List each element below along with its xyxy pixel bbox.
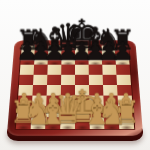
square-c2[interactable]: ♟ [46,106,61,117]
square-f6[interactable] [89,65,103,75]
square-f1[interactable]: ♝ [90,118,105,129]
square-a1[interactable]: ♜ [16,118,31,129]
square-e6[interactable] [75,65,89,75]
square-c3[interactable] [46,96,61,107]
square-b8[interactable]: ♞ [35,45,49,54]
square-e1[interactable]: ♚ [75,118,90,129]
square-f5[interactable] [89,75,103,85]
square-e2[interactable]: ♟ [75,106,90,117]
square-f3[interactable] [89,96,104,107]
square-a3[interactable] [17,96,32,107]
square-d5[interactable] [61,75,75,85]
square-g5[interactable] [103,75,117,85]
square-b2[interactable]: ♟ [31,106,46,117]
square-b5[interactable] [33,75,47,85]
square-f7[interactable]: ♟ [88,55,102,65]
square-h2[interactable]: ♟ [118,106,133,117]
square-f8[interactable]: ♝ [88,45,102,54]
square-b6[interactable] [34,65,48,75]
square-a4[interactable] [18,85,33,96]
square-c6[interactable] [47,65,61,75]
board-scene: ♜♞♝♛♚♝♞♜♟♟♟♟♟♟♟♟♟♟♟♟♟♟♟♟♜♞♝♛♚♝♞♜ [11,21,139,149]
square-c1[interactable]: ♝ [45,118,60,129]
square-c8[interactable]: ♝ [48,45,62,54]
square-g7[interactable]: ♟ [102,55,116,65]
square-h5[interactable] [116,75,131,85]
square-g4[interactable] [103,85,118,96]
square-c4[interactable] [47,85,61,96]
square-a2[interactable]: ♟ [17,106,32,117]
square-g1[interactable]: ♞ [104,118,119,129]
chess-set-photo: ♜♞♝♛♚♝♞♜♟♟♟♟♟♟♟♟♟♟♟♟♟♟♟♟♜♞♝♛♚♝♞♜ [0,0,150,150]
square-g6[interactable] [102,65,116,75]
square-f4[interactable] [89,85,103,96]
square-d8[interactable]: ♛ [62,45,75,54]
square-d7[interactable]: ♟ [61,55,75,65]
square-g2[interactable]: ♟ [104,106,119,117]
square-h4[interactable] [117,85,132,96]
square-b4[interactable] [32,85,47,96]
square-h3[interactable] [118,96,133,107]
square-f2[interactable]: ♟ [89,106,104,117]
square-h6[interactable] [116,65,130,75]
square-e4[interactable] [75,85,89,96]
square-d1[interactable]: ♛ [60,118,75,129]
square-a6[interactable] [20,65,34,75]
square-a5[interactable] [19,75,34,85]
square-b1[interactable]: ♞ [31,118,46,129]
square-g8[interactable]: ♞ [102,45,116,54]
square-b3[interactable] [32,96,47,107]
square-e3[interactable] [75,96,89,107]
square-c5[interactable] [47,75,61,85]
square-e8[interactable]: ♚ [75,45,88,54]
square-d4[interactable] [61,85,75,96]
square-a8[interactable]: ♜ [21,45,35,54]
square-c7[interactable]: ♟ [48,55,62,65]
square-a7[interactable]: ♟ [20,55,34,65]
board-grid: ♜♞♝♛♚♝♞♜♟♟♟♟♟♟♟♟♟♟♟♟♟♟♟♟♜♞♝♛♚♝♞♜ [16,45,134,128]
square-h8[interactable]: ♜ [115,45,129,54]
board-frame: ♜♞♝♛♚♝♞♜♟♟♟♟♟♟♟♟♟♟♟♟♟♟♟♟♜♞♝♛♚♝♞♜ [7,40,143,135]
square-d3[interactable] [61,96,75,107]
square-h1[interactable]: ♜ [119,118,134,129]
square-h7[interactable]: ♟ [115,55,129,65]
square-e7[interactable]: ♟ [75,55,89,65]
square-b7[interactable]: ♟ [34,55,48,65]
square-d2[interactable]: ♟ [60,106,75,117]
square-d6[interactable] [61,65,75,75]
square-g3[interactable] [103,96,118,107]
square-e5[interactable] [75,75,89,85]
